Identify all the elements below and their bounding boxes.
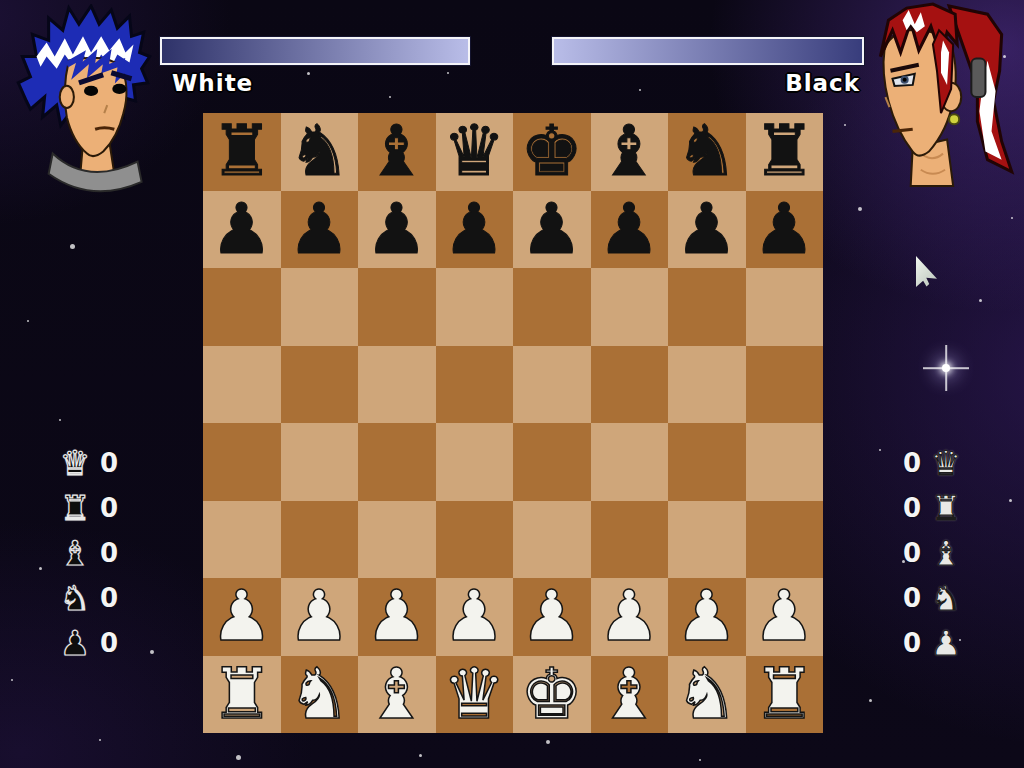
square-e2[interactable]: ♟ [513, 578, 591, 656]
white-player-label: White [172, 70, 253, 96]
black-player-avatar [858, 0, 1022, 192]
square-d2[interactable]: ♟ [436, 578, 514, 656]
captured-row-knight: ♞0 [55, 575, 118, 620]
captured-count-queen-left: 0 [100, 448, 118, 478]
square-a8[interactable]: ♜ [203, 113, 281, 191]
piece-white-pawn[interactable]: ♟ [443, 578, 506, 655]
star [844, 124, 846, 126]
star [1009, 499, 1012, 502]
right-eye [112, 84, 126, 94]
square-h4[interactable] [746, 423, 824, 501]
captured-row-pawn: 0♟ [903, 620, 966, 665]
captured-count-knight-left: 0 [100, 583, 118, 613]
queen-icon: ♛ [55, 445, 95, 481]
square-c6[interactable] [358, 268, 436, 346]
square-f6[interactable] [591, 268, 669, 346]
square-h2[interactable]: ♟ [746, 578, 824, 656]
piece-white-pawn[interactable]: ♟ [675, 578, 738, 655]
square-f4[interactable] [591, 423, 669, 501]
square-h1[interactable]: ♜ [746, 656, 824, 734]
square-f3[interactable] [591, 501, 669, 579]
mouse-cursor-icon [916, 256, 937, 287]
square-e5[interactable] [513, 346, 591, 424]
square-g8[interactable]: ♞ [668, 113, 746, 191]
square-c8[interactable]: ♝ [358, 113, 436, 191]
captured-row-pawn: ♟0 [55, 620, 118, 665]
piece-white-knight[interactable]: ♞ [288, 656, 351, 733]
piece-black-pawn[interactable]: ♟ [365, 191, 428, 268]
captured-count-bishop-left: 0 [100, 538, 118, 568]
star [389, 96, 391, 98]
rook-icon: ♜ [55, 490, 95, 526]
square-c3[interactable] [358, 501, 436, 579]
black-player-label: Black [552, 70, 860, 96]
star [236, 755, 241, 760]
square-h3[interactable] [746, 501, 824, 579]
square-b2[interactable]: ♟ [281, 578, 359, 656]
piece-white-rook[interactable]: ♜ [210, 656, 273, 733]
square-e8[interactable]: ♚ [513, 113, 591, 191]
square-b8[interactable]: ♞ [281, 113, 359, 191]
piece-black-king[interactable]: ♚ [520, 113, 583, 190]
chessboard[interactable]: ♜♞♝♛♚♝♞♜♟♟♟♟♟♟♟♟♟♟♟♟♟♟♟♟♜♞♝♛♚♝♞♜ [203, 113, 823, 733]
queen-icon: ♛ [926, 445, 966, 481]
piece-white-pawn[interactable]: ♟ [520, 578, 583, 655]
piece-white-pawn[interactable]: ♟ [598, 578, 661, 655]
rook-icon: ♜ [926, 490, 966, 526]
piece-black-pawn[interactable]: ♟ [210, 191, 273, 268]
captured-count-pawn-left: 0 [100, 628, 118, 658]
piece-white-pawn[interactable]: ♟ [288, 578, 351, 655]
captured-row-rook: ♜0 [55, 485, 118, 530]
square-a4[interactable] [203, 423, 281, 501]
square-d7[interactable]: ♟ [436, 191, 514, 269]
white-player-bar [160, 37, 470, 65]
square-g5[interactable] [668, 346, 746, 424]
square-h8[interactable]: ♜ [746, 113, 824, 191]
square-g1[interactable]: ♞ [668, 656, 746, 734]
pawn-icon: ♟ [55, 625, 95, 661]
piece-black-queen[interactable]: ♛ [443, 113, 506, 190]
captured-count-bishop-right: 0 [903, 538, 921, 568]
captured-count-queen-right: 0 [903, 448, 921, 478]
star [546, 740, 550, 744]
square-d1[interactable]: ♛ [436, 656, 514, 734]
square-b5[interactable] [281, 346, 359, 424]
piece-black-pawn[interactable]: ♟ [443, 191, 506, 268]
piece-white-queen[interactable]: ♛ [443, 656, 506, 733]
square-e7[interactable]: ♟ [513, 191, 591, 269]
captured-tray-black-player: 0♛0♜0♝0♞0♟ [903, 440, 966, 665]
square-d6[interactable] [436, 268, 514, 346]
piece-black-pawn[interactable]: ♟ [753, 191, 816, 268]
piece-black-pawn[interactable]: ♟ [288, 191, 351, 268]
piece-black-rook[interactable]: ♜ [210, 113, 273, 190]
hairband [971, 59, 985, 97]
pupil [903, 78, 907, 82]
star [942, 364, 950, 372]
square-a5[interactable] [203, 346, 281, 424]
star [858, 207, 862, 211]
captured-row-queen: ♛0 [55, 440, 118, 485]
captured-row-knight: 0♞ [903, 575, 966, 620]
square-c1[interactable]: ♝ [358, 656, 436, 734]
knight-icon: ♞ [55, 580, 95, 616]
square-b4[interactable] [281, 423, 359, 501]
piece-white-knight[interactable]: ♞ [675, 656, 738, 733]
captured-count-rook-right: 0 [903, 493, 921, 523]
square-b3[interactable] [281, 501, 359, 579]
star [419, 754, 422, 757]
piece-white-bishop[interactable]: ♝ [598, 656, 661, 733]
pawn-icon: ♟ [926, 625, 966, 661]
square-a7[interactable]: ♟ [203, 191, 281, 269]
star [59, 419, 61, 421]
square-g3[interactable] [668, 501, 746, 579]
square-e3[interactable] [513, 501, 591, 579]
piece-black-pawn[interactable]: ♟ [675, 191, 738, 268]
square-c2[interactable]: ♟ [358, 578, 436, 656]
square-c4[interactable] [358, 423, 436, 501]
star [699, 759, 701, 761]
star [879, 449, 881, 451]
piece-white-pawn[interactable]: ♟ [753, 578, 816, 655]
captured-tray-white-player: ♛0♜0♝0♞0♟0 [55, 440, 118, 665]
star [447, 72, 449, 74]
square-b1[interactable]: ♞ [281, 656, 359, 734]
star [307, 72, 310, 75]
square-e6[interactable] [513, 268, 591, 346]
square-c5[interactable] [358, 346, 436, 424]
captured-count-knight-right: 0 [903, 583, 921, 613]
white-player-avatar [16, 4, 152, 196]
piece-white-bishop[interactable]: ♝ [365, 656, 428, 733]
left-eye [84, 86, 98, 96]
square-f2[interactable]: ♟ [591, 578, 669, 656]
piece-black-knight[interactable]: ♞ [288, 113, 351, 190]
piece-black-rook[interactable]: ♜ [753, 113, 816, 190]
square-h5[interactable] [746, 346, 824, 424]
star [99, 739, 101, 741]
captured-row-rook: 0♜ [903, 485, 966, 530]
chess-game-screen: White Black ♜♞♝♛♚♝♞♜♟♟♟♟♟♟♟♟♟♟♟♟♟♟♟♟♜♞♝♛… [0, 0, 1024, 768]
square-d5[interactable] [436, 346, 514, 424]
captured-count-pawn-right: 0 [903, 628, 921, 658]
piece-black-pawn[interactable]: ♟ [598, 191, 661, 268]
square-b6[interactable] [281, 268, 359, 346]
piece-black-knight[interactable]: ♞ [675, 113, 738, 190]
square-a3[interactable] [203, 501, 281, 579]
piece-white-pawn[interactable]: ♟ [365, 578, 428, 655]
star [979, 299, 982, 302]
star [869, 699, 872, 702]
square-e1[interactable]: ♚ [513, 656, 591, 734]
square-g4[interactable] [668, 423, 746, 501]
star [11, 679, 13, 681]
square-a2[interactable]: ♟ [203, 578, 281, 656]
square-f5[interactable] [591, 346, 669, 424]
square-a1[interactable]: ♜ [203, 656, 281, 734]
ear [60, 86, 74, 108]
mouth [95, 128, 114, 130]
square-g6[interactable] [668, 268, 746, 346]
square-d3[interactable] [436, 501, 514, 579]
square-d8[interactable]: ♛ [436, 113, 514, 191]
earring [949, 114, 959, 124]
captured-count-rook-left: 0 [100, 493, 118, 523]
captured-row-bishop: ♝0 [55, 530, 118, 575]
star [27, 320, 29, 322]
square-g7[interactable]: ♟ [668, 191, 746, 269]
piece-black-bishop[interactable]: ♝ [598, 113, 661, 190]
piece-black-pawn[interactable]: ♟ [520, 191, 583, 268]
captured-row-queen: 0♛ [903, 440, 966, 485]
star [150, 650, 154, 654]
star [70, 244, 75, 249]
square-d4[interactable] [436, 423, 514, 501]
knight-icon: ♞ [926, 580, 966, 616]
square-f1[interactable]: ♝ [591, 656, 669, 734]
square-b7[interactable]: ♟ [281, 191, 359, 269]
square-e4[interactable] [513, 423, 591, 501]
star [39, 567, 42, 570]
piece-white-king[interactable]: ♚ [520, 656, 583, 733]
bishop-icon: ♝ [926, 535, 966, 571]
piece-white-rook[interactable]: ♜ [753, 656, 816, 733]
square-h6[interactable] [746, 268, 824, 346]
mouth [893, 129, 913, 131]
square-f8[interactable]: ♝ [591, 113, 669, 191]
captured-row-bishop: 0♝ [903, 530, 966, 575]
square-a6[interactable] [203, 268, 281, 346]
square-f7[interactable]: ♟ [591, 191, 669, 269]
black-player-bar [552, 37, 864, 65]
square-g2[interactable]: ♟ [668, 578, 746, 656]
star [1011, 217, 1013, 219]
square-h7[interactable]: ♟ [746, 191, 824, 269]
square-c7[interactable]: ♟ [358, 191, 436, 269]
piece-white-pawn[interactable]: ♟ [210, 578, 273, 655]
piece-black-bishop[interactable]: ♝ [365, 113, 428, 190]
bishop-icon: ♝ [55, 535, 95, 571]
